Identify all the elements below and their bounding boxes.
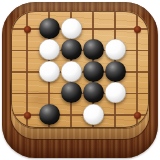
intersection xyxy=(82,18,104,40)
star-point xyxy=(134,26,141,33)
black-stone xyxy=(83,82,104,103)
intersection xyxy=(38,18,60,40)
black-stone xyxy=(39,104,60,125)
black-stone xyxy=(61,82,82,103)
white-stone xyxy=(39,61,60,82)
star-point xyxy=(24,112,31,119)
intersection xyxy=(38,104,60,126)
intersection xyxy=(104,83,126,105)
white-stone xyxy=(61,18,82,39)
black-stone xyxy=(105,61,126,82)
intersection xyxy=(104,61,126,83)
intersection xyxy=(126,83,148,105)
intersection xyxy=(38,40,60,62)
stone-grid xyxy=(16,18,148,126)
intersection xyxy=(16,40,38,62)
star-point xyxy=(134,112,141,119)
intersection xyxy=(82,104,104,126)
black-stone xyxy=(83,39,104,60)
screenshot-root: { "app": { "name": "Gomoku wooden board … xyxy=(0,0,160,160)
intersection xyxy=(82,83,104,105)
intersection xyxy=(16,61,38,83)
intersection xyxy=(104,104,126,126)
intersection xyxy=(82,61,104,83)
intersection xyxy=(60,18,82,40)
intersection xyxy=(82,40,104,62)
intersection xyxy=(104,40,126,62)
intersection xyxy=(60,61,82,83)
intersection xyxy=(60,40,82,62)
black-stone xyxy=(61,39,82,60)
white-stone xyxy=(61,61,82,82)
intersection xyxy=(126,61,148,83)
white-stone xyxy=(83,104,104,125)
intersection xyxy=(126,40,148,62)
intersection xyxy=(126,18,148,40)
intersection xyxy=(60,83,82,105)
intersection xyxy=(16,18,38,40)
intersection xyxy=(38,61,60,83)
intersection xyxy=(104,18,126,40)
game-board xyxy=(11,11,149,128)
star-point xyxy=(24,26,31,33)
intersection xyxy=(38,83,60,105)
app-icon[interactable] xyxy=(2,2,158,158)
intersection xyxy=(16,104,38,126)
intersection xyxy=(60,104,82,126)
intersection xyxy=(16,83,38,105)
black-stone xyxy=(83,61,104,82)
white-stone xyxy=(39,39,60,60)
black-stone xyxy=(39,18,60,39)
white-stone xyxy=(105,82,126,103)
white-stone xyxy=(105,39,126,60)
